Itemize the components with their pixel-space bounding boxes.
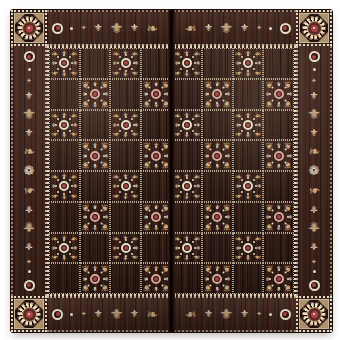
corner-leaf-icon: ❦ (82, 99, 90, 108)
edge-fleur-icon: ⚜ (133, 122, 139, 127)
edge-fleur-icon: ⚜ (225, 276, 231, 281)
fleur-ornament-icon: ⚜ (130, 23, 139, 33)
decorated-square[interactable]: ❦❦❦❦⚜⚜⚜⚜ (202, 140, 233, 171)
center-medallion (212, 212, 222, 222)
decorated-square[interactable]: ❦❦❦❦⚜⚜⚜⚜ (80, 263, 111, 294)
corner-leaf-icon: ❦ (101, 265, 109, 274)
corner-leaf-icon: ❧ (70, 112, 78, 121)
plain-square[interactable] (263, 110, 294, 141)
corner-rosette-bottom-right (296, 296, 332, 332)
corner-leaf-icon: ❧ (112, 235, 120, 244)
diamond-ornament-icon: ✦ (311, 257, 317, 264)
edge-fleur-icon: ⚜ (225, 91, 231, 96)
decorated-square[interactable]: ❧❧❧❧⚜⚜⚜⚜ (233, 110, 264, 141)
corner-leaf-icon: ❦ (143, 99, 151, 108)
decorated-square[interactable]: ❦❦❦❦⚜⚜⚜⚜ (80, 202, 111, 233)
edge-fleur-icon: ⚜ (276, 286, 281, 292)
rosette-center-dot (26, 311, 33, 318)
decorated-square[interactable]: ❧❧❧❧⚜⚜⚜⚜ (110, 110, 141, 141)
center-medallion (212, 151, 222, 161)
edge-fleur-icon: ⚜ (62, 71, 67, 77)
edge-fleur-icon: ⚜ (245, 235, 250, 241)
plain-square[interactable] (202, 233, 233, 264)
fleur-ornament-icon: ⚜ (204, 23, 213, 33)
edge-fleur-icon: ⚜ (225, 214, 231, 219)
corner-leaf-icon: ❦ (284, 283, 292, 292)
plain-square[interactable] (172, 263, 203, 294)
edge-fleur-icon: ⚜ (215, 265, 220, 271)
corner-leaf-icon: ❧ (254, 173, 262, 182)
corner-leaf-icon: ❦ (223, 160, 231, 169)
corner-leaf-icon: ❧ (131, 129, 139, 138)
edge-fleur-icon: ⚜ (123, 235, 128, 241)
corner-rosette-top-right (296, 10, 332, 46)
decorated-square[interactable]: ❧❧❧❧⚜⚜⚜⚜ (233, 171, 264, 202)
plain-square[interactable] (263, 233, 294, 264)
edge-fleur-icon: ⚜ (215, 163, 220, 169)
crest-ornament-icon: ⚜ (220, 307, 233, 321)
decorated-square[interactable]: ❧❧❧❧⚜⚜⚜⚜ (49, 110, 80, 141)
corner-leaf-icon: ❦ (143, 265, 151, 274)
edge-fleur-icon: ⚜ (204, 153, 210, 158)
plain-square[interactable] (263, 48, 294, 79)
corner-leaf-icon: ❧ (131, 68, 139, 77)
decorated-square[interactable]: ❧❧❧❧⚜⚜⚜⚜ (110, 171, 141, 202)
plain-square[interactable] (202, 110, 233, 141)
edge-fleur-icon: ⚜ (123, 194, 128, 200)
edge-fleur-icon: ⚜ (194, 122, 200, 127)
plain-square[interactable] (110, 263, 141, 294)
center-medallion (121, 58, 131, 68)
plain-square[interactable] (110, 79, 141, 110)
edge-fleur-icon: ⚜ (92, 81, 97, 87)
leaf-ornament-icon: ❧ (146, 307, 158, 321)
center-medallion (121, 181, 131, 191)
plain-square[interactable] (49, 140, 80, 171)
edge-fleur-icon: ⚜ (112, 61, 118, 66)
corner-leaf-icon: ❦ (265, 204, 273, 213)
corner-leaf-icon: ❦ (204, 81, 212, 90)
center-medallion (274, 151, 284, 161)
center-medallion (243, 243, 253, 253)
decorated-square[interactable]: ❧❧❧❧⚜⚜⚜⚜ (172, 48, 203, 79)
corner-leaf-icon: ❦ (143, 283, 151, 292)
edge-fleur-icon: ⚜ (286, 214, 292, 219)
plain-square[interactable] (202, 48, 233, 79)
center-medallion (59, 243, 69, 253)
diamond-ornament-icon: ✦ (81, 311, 87, 318)
edge-fleur-icon: ⚜ (92, 204, 97, 210)
fleur-ornament-icon: ⚜ (310, 241, 319, 251)
decorated-square[interactable]: ❦❦❦❦⚜⚜⚜⚜ (141, 79, 172, 110)
corner-leaf-icon: ❦ (143, 81, 151, 90)
plain-square[interactable] (202, 171, 233, 202)
fleur-ornament-icon: ⚜ (130, 309, 139, 319)
medallion-ornament (309, 280, 320, 291)
rosette-center-dot (311, 311, 318, 318)
corner-leaf-icon: ❧ (254, 68, 262, 77)
corner-leaf-icon: ❦ (284, 160, 292, 169)
corner-leaf-icon: ❧ (254, 129, 262, 138)
corner-leaf-icon: ❦ (284, 222, 292, 231)
decorated-square[interactable]: ❧❧❧❧⚜⚜⚜⚜ (49, 48, 80, 79)
edge-fleur-icon: ⚜ (103, 153, 109, 158)
corner-leaf-icon: ❦ (82, 265, 90, 274)
corner-leaf-icon: ❦ (143, 222, 151, 231)
edge-fleur-icon: ⚜ (286, 91, 292, 96)
fan-ornament-icon: ❁ (309, 164, 320, 177)
center-medallion (182, 181, 192, 191)
corner-leaf-icon: ❧ (70, 252, 78, 261)
edge-fleur-icon: ⚜ (276, 204, 281, 210)
edge-fleur-icon: ⚜ (184, 255, 189, 261)
center-medallion (90, 151, 100, 161)
edge-fleur-icon: ⚜ (92, 286, 97, 292)
edge-fleur-icon: ⚜ (276, 163, 281, 169)
center-medallion (274, 274, 284, 284)
corner-leaf-icon: ❧ (112, 129, 120, 138)
edge-fleur-icon: ⚜ (184, 235, 189, 241)
plain-square[interactable] (141, 171, 172, 202)
crest-ornament-icon: ⚜ (220, 21, 233, 35)
plain-square[interactable] (80, 171, 111, 202)
plain-square[interactable] (110, 202, 141, 233)
plain-square[interactable] (110, 140, 141, 171)
center-medallion (182, 243, 192, 253)
edge-fleur-icon: ⚜ (143, 91, 149, 96)
corner-rosette-bottom-left (11, 296, 47, 332)
plain-square[interactable] (141, 48, 172, 79)
edge-fleur-icon: ⚜ (245, 255, 250, 261)
decorated-square[interactable]: ❦❦❦❦⚜⚜⚜⚜ (263, 140, 294, 171)
diamond-ornament-icon: ✦ (26, 257, 32, 264)
dot-ornament-icon (70, 27, 73, 30)
decorated-square[interactable]: ❧❧❧❧⚜⚜⚜⚜ (172, 233, 203, 264)
corner-leaf-icon: ❧ (131, 112, 139, 121)
edge-fleur-icon: ⚜ (194, 245, 200, 250)
plain-square[interactable] (80, 233, 111, 264)
edge-fleur-icon: ⚜ (184, 50, 189, 56)
corner-leaf-icon: ❦ (101, 142, 109, 151)
decorated-square[interactable]: ❧❧❧❧⚜⚜⚜⚜ (110, 48, 141, 79)
edge-fleur-icon: ⚜ (265, 214, 271, 219)
decorated-square[interactable]: ❦❦❦❦⚜⚜⚜⚜ (263, 202, 294, 233)
corner-leaf-icon: ❦ (101, 99, 109, 108)
edge-fleur-icon: ⚜ (215, 81, 220, 87)
corner-leaf-icon: ❦ (143, 160, 151, 169)
edge-fleur-icon: ⚜ (112, 245, 118, 250)
plain-square[interactable] (263, 171, 294, 202)
edge-fleur-icon: ⚜ (103, 91, 109, 96)
corner-leaf-icon: ❦ (204, 204, 212, 213)
decorated-square[interactable]: ❦❦❦❦⚜⚜⚜⚜ (263, 263, 294, 294)
fleur-ornament-icon: ⚜ (25, 204, 34, 214)
edge-fleur-icon: ⚜ (265, 276, 271, 281)
decorated-square[interactable]: ❧❧❧❧⚜⚜⚜⚜ (49, 233, 80, 264)
corner-leaf-icon: ❧ (235, 68, 243, 77)
corner-leaf-icon: ❦ (82, 142, 90, 151)
plain-square[interactable] (49, 79, 80, 110)
fleur-ornament-icon: ⚜ (310, 204, 319, 214)
corner-leaf-icon: ❧ (193, 235, 201, 244)
corner-leaf-icon: ❧ (112, 173, 120, 182)
plain-square[interactable] (49, 263, 80, 294)
corner-leaf-icon: ❦ (204, 265, 212, 274)
corner-leaf-icon: ❦ (204, 160, 212, 169)
edge-fleur-icon: ⚜ (153, 102, 158, 108)
edge-fleur-icon: ⚜ (245, 173, 250, 179)
decorated-square[interactable]: ❧❧❧❧⚜⚜⚜⚜ (172, 171, 203, 202)
corner-leaf-icon: ❧ (131, 50, 139, 59)
plain-square[interactable] (80, 48, 111, 79)
corner-leaf-icon: ❦ (204, 142, 212, 151)
plain-square[interactable] (233, 140, 264, 171)
decorated-square[interactable]: ❦❦❦❦⚜⚜⚜⚜ (202, 202, 233, 233)
center-medallion (243, 120, 253, 130)
edge-fleur-icon: ⚜ (112, 122, 118, 127)
edge-fleur-icon: ⚜ (245, 112, 250, 118)
border-strip-left: ✦⚜⚜⚜❧❁❧⚜⚜⚜✦ (11, 46, 47, 296)
corner-leaf-icon: ❦ (82, 81, 90, 90)
corner-leaf-icon: ❧ (70, 68, 78, 77)
dot-ornament-icon (70, 313, 73, 316)
corner-leaf-icon: ❦ (265, 283, 273, 292)
corner-leaf-icon: ❦ (101, 160, 109, 169)
corner-leaf-icon: ❧ (235, 191, 243, 200)
edge-fleur-icon: ⚜ (81, 91, 87, 96)
edge-fleur-icon: ⚜ (153, 286, 158, 292)
center-medallion (212, 89, 222, 99)
diamond-ornament-icon: ✦ (256, 25, 262, 32)
edge-fleur-icon: ⚜ (133, 245, 139, 250)
fleur-ornament-icon: ⚜ (240, 23, 249, 33)
photo-background: ✦⚜⚜⚜❧❧⚜⚜⚜✦ ✦⚜⚜⚜❧❁❧⚜⚜⚜✦ ❧❧❧❧⚜⚜⚜⚜❧❧❧❧⚜⚜⚜⚜❧… (0, 0, 340, 340)
leaf-ornament-icon: ❧ (308, 144, 320, 158)
corner-leaf-icon: ❧ (235, 173, 243, 182)
corner-leaf-icon: ❧ (193, 112, 201, 121)
medallion-ornament (280, 309, 291, 320)
rosette-center-dot (311, 25, 318, 32)
edge-fleur-icon: ⚜ (123, 112, 128, 118)
corner-leaf-icon: ❧ (254, 191, 262, 200)
diamond-ornament-icon: ✦ (256, 311, 262, 318)
edge-fleur-icon: ⚜ (286, 153, 292, 158)
medallion-ornament (24, 51, 35, 62)
crest-ornament-icon: ⚜ (110, 21, 123, 35)
plain-square[interactable] (172, 79, 203, 110)
corner-leaf-icon: ❦ (265, 81, 273, 90)
corner-leaf-icon: ❧ (131, 235, 139, 244)
edge-fleur-icon: ⚜ (215, 204, 220, 210)
fleur-ornament-icon: ⚜ (240, 309, 249, 319)
medallion-ornament (52, 309, 63, 320)
edge-fleur-icon: ⚜ (234, 122, 240, 127)
medallion-ornament (280, 23, 291, 34)
decorated-square[interactable]: ❧❧❧❧⚜⚜⚜⚜ (233, 48, 264, 79)
corner-leaf-icon: ❦ (143, 142, 151, 151)
corner-leaf-icon: ❦ (265, 265, 273, 274)
corner-leaf-icon: ❦ (101, 222, 109, 231)
edge-fleur-icon: ⚜ (256, 122, 262, 127)
corner-leaf-icon: ❦ (204, 99, 212, 108)
corner-leaf-icon: ❧ (51, 235, 59, 244)
edge-fleur-icon: ⚜ (62, 132, 67, 138)
corner-leaf-icon: ❧ (70, 173, 78, 182)
dot-ornament-icon (28, 68, 31, 71)
edge-fleur-icon: ⚜ (81, 153, 87, 158)
crest-ornament-icon: ⚜ (23, 107, 36, 121)
corner-leaf-icon: ❧ (235, 112, 243, 121)
center-medallion (243, 58, 253, 68)
corner-leaf-icon: ❧ (112, 252, 120, 261)
corner-leaf-icon: ❧ (193, 252, 201, 261)
corner-leaf-icon: ❧ (51, 173, 59, 182)
corner-leaf-icon: ❦ (223, 265, 231, 274)
edge-fleur-icon: ⚜ (123, 50, 128, 56)
edge-fleur-icon: ⚜ (153, 81, 158, 87)
center-medallion (121, 120, 131, 130)
leaf-ornament-icon: ❧ (185, 21, 197, 35)
center-medallion (212, 274, 222, 284)
center-medallion (59, 120, 69, 130)
corner-leaf-icon: ❦ (82, 222, 90, 231)
fan-ornament-icon: ❁ (24, 164, 35, 177)
corner-leaf-icon: ❦ (101, 204, 109, 213)
edge-fleur-icon: ⚜ (276, 265, 281, 271)
border-strip-right: ✦⚜⚜⚜❧❁❧⚜⚜⚜✦ (296, 46, 332, 296)
edge-fleur-icon: ⚜ (256, 61, 262, 66)
edge-fleur-icon: ⚜ (276, 102, 281, 108)
medallion-ornament (309, 51, 320, 62)
edge-fleur-icon: ⚜ (62, 235, 67, 241)
center-medallion (90, 89, 100, 99)
corner-leaf-icon: ❧ (70, 129, 78, 138)
plain-square[interactable] (141, 233, 172, 264)
center-medallion (151, 89, 161, 99)
edge-fleur-icon: ⚜ (204, 276, 210, 281)
leaf-ornament-icon: ❧ (185, 307, 197, 321)
edge-fleur-icon: ⚜ (62, 112, 67, 118)
corner-leaf-icon: ❧ (70, 235, 78, 244)
leaf-ornament-icon: ❧ (23, 144, 35, 158)
corner-leaf-icon: ❧ (112, 50, 120, 59)
edge-fleur-icon: ⚜ (245, 194, 250, 200)
decorated-square[interactable]: ❦❦❦❦⚜⚜⚜⚜ (202, 263, 233, 294)
center-medallion (90, 274, 100, 284)
edge-fleur-icon: ⚜ (245, 132, 250, 138)
plain-square[interactable] (141, 110, 172, 141)
plain-square[interactable] (80, 110, 111, 141)
edge-fleur-icon: ⚜ (112, 184, 118, 189)
edge-fleur-icon: ⚜ (245, 71, 250, 77)
edge-fleur-icon: ⚜ (256, 184, 262, 189)
corner-leaf-icon: ❦ (101, 283, 109, 292)
crest-ornament-icon: ⚜ (308, 107, 321, 121)
decorated-square[interactable]: ❦❦❦❦⚜⚜⚜⚜ (141, 140, 172, 171)
decorated-square[interactable]: ❦❦❦❦⚜⚜⚜⚜ (141, 263, 172, 294)
plain-square[interactable] (233, 263, 264, 294)
corner-leaf-icon: ❦ (143, 204, 151, 213)
decorated-square[interactable]: ❧❧❧❧⚜⚜⚜⚜ (49, 171, 80, 202)
diamond-ornament-icon: ✦ (26, 78, 32, 85)
corner-leaf-icon: ❧ (131, 173, 139, 182)
decorated-square[interactable]: ❧❧❧❧⚜⚜⚜⚜ (233, 233, 264, 264)
fold-seam (168, 10, 175, 332)
corner-leaf-icon: ❦ (82, 160, 90, 169)
decorated-square[interactable]: ❧❧❧❧⚜⚜⚜⚜ (172, 110, 203, 141)
edge-fleur-icon: ⚜ (194, 184, 200, 189)
corner-leaf-icon: ❧ (112, 191, 120, 200)
center-medallion (59, 181, 69, 191)
edge-fleur-icon: ⚜ (51, 184, 57, 189)
corner-leaf-icon: ❦ (265, 99, 273, 108)
edge-fleur-icon: ⚜ (204, 91, 210, 96)
dot-ornament-icon (313, 270, 316, 273)
decorated-square[interactable]: ❦❦❦❦⚜⚜⚜⚜ (202, 79, 233, 110)
corner-leaf-icon: ❦ (284, 142, 292, 151)
edge-fleur-icon: ⚜ (276, 142, 281, 148)
edge-fleur-icon: ⚜ (62, 50, 67, 56)
edge-fleur-icon: ⚜ (215, 102, 220, 108)
diamond-ornament-icon: ✦ (311, 78, 317, 85)
decorated-square[interactable]: ❧❧❧❧⚜⚜⚜⚜ (110, 233, 141, 264)
edge-fleur-icon: ⚜ (92, 265, 97, 271)
corner-leaf-icon: ❦ (265, 222, 273, 231)
corner-leaf-icon: ❧ (254, 112, 262, 121)
edge-fleur-icon: ⚜ (103, 214, 109, 219)
corner-leaf-icon: ❦ (265, 160, 273, 169)
edge-fleur-icon: ⚜ (92, 225, 97, 231)
edge-fleur-icon: ⚜ (153, 142, 158, 148)
center-medallion (274, 89, 284, 99)
corner-leaf-icon: ❦ (204, 222, 212, 231)
edge-fleur-icon: ⚜ (51, 245, 57, 250)
plain-square[interactable] (233, 79, 264, 110)
edge-fleur-icon: ⚜ (62, 255, 67, 261)
corner-leaf-icon: ❦ (223, 142, 231, 151)
corner-leaf-icon: ❧ (235, 50, 243, 59)
fleur-ornament-icon: ⚜ (25, 241, 34, 251)
corner-leaf-icon: ❦ (284, 81, 292, 90)
decorated-square[interactable]: ❦❦❦❦⚜⚜⚜⚜ (263, 79, 294, 110)
dot-ornament-icon (28, 270, 31, 273)
plain-square[interactable] (233, 202, 264, 233)
dot-ornament-icon (313, 68, 316, 71)
leaf-ornament-icon: ❧ (23, 184, 35, 198)
dot-ornament-icon (269, 313, 272, 316)
chessboard: ✦⚜⚜⚜❧❧⚜⚜⚜✦ ✦⚜⚜⚜❧❁❧⚜⚜⚜✦ ❧❧❧❧⚜⚜⚜⚜❧❧❧❧⚜⚜⚜⚜❧… (10, 9, 333, 333)
edge-fleur-icon: ⚜ (265, 153, 271, 158)
edge-fleur-icon: ⚜ (184, 194, 189, 200)
plain-square[interactable] (172, 202, 203, 233)
decorated-square[interactable]: ❦❦❦❦⚜⚜⚜⚜ (80, 140, 111, 171)
plain-square[interactable] (49, 202, 80, 233)
corner-leaf-icon: ❧ (193, 129, 201, 138)
crest-ornament-icon: ⚜ (308, 220, 321, 234)
center-medallion (151, 151, 161, 161)
decorated-square[interactable]: ❦❦❦❦⚜⚜⚜⚜ (141, 202, 172, 233)
plain-square[interactable] (172, 140, 203, 171)
edge-fleur-icon: ⚜ (51, 122, 57, 127)
edge-fleur-icon: ⚜ (265, 91, 271, 96)
edge-fleur-icon: ⚜ (72, 61, 78, 66)
corner-leaf-icon: ❧ (112, 112, 120, 121)
decorated-square[interactable]: ❦❦❦❦⚜⚜⚜⚜ (80, 79, 111, 110)
center-medallion (121, 243, 131, 253)
edge-fleur-icon: ⚜ (51, 61, 57, 66)
edge-fleur-icon: ⚜ (225, 153, 231, 158)
edge-fleur-icon: ⚜ (234, 245, 240, 250)
